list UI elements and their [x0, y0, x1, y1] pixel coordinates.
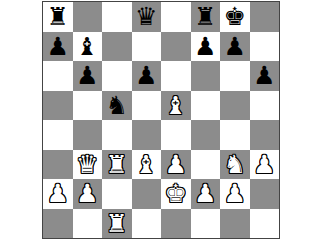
square-c1[interactable]: ♜ [102, 209, 132, 239]
square-a5[interactable] [43, 91, 73, 121]
square-g3[interactable]: ♞ [220, 150, 250, 180]
square-h2[interactable] [250, 179, 280, 209]
black-rook-a8[interactable]: ♜ [47, 2, 69, 32]
black-bishop-b7[interactable]: ♝ [76, 32, 98, 62]
white-pawn-b2[interactable]: ♟ [76, 179, 98, 209]
square-a1[interactable] [43, 209, 73, 239]
white-pawn-h3[interactable]: ♟ [253, 150, 275, 180]
square-d6[interactable]: ♟ [132, 61, 162, 91]
square-h4[interactable] [250, 120, 280, 150]
square-h6[interactable]: ♟ [250, 61, 280, 91]
square-e4[interactable] [161, 120, 191, 150]
square-d5[interactable] [132, 91, 162, 121]
square-e5[interactable]: ♝ [161, 91, 191, 121]
square-f1[interactable] [191, 209, 221, 239]
square-g4[interactable] [220, 120, 250, 150]
square-a3[interactable] [43, 150, 73, 180]
square-f3[interactable] [191, 150, 221, 180]
square-c5[interactable]: ♞ [102, 91, 132, 121]
square-b7[interactable]: ♝ [73, 32, 103, 62]
white-bishop-e5[interactable]: ♝ [165, 91, 187, 121]
black-pawn-f7[interactable]: ♟ [194, 32, 216, 62]
square-e1[interactable] [161, 209, 191, 239]
page-background: ♜♛♜♚♟♝♟♟♟♟♟♞♝♛♜♝♟♞♟♟♟♚♟♟♜ [0, 0, 320, 240]
square-g2[interactable]: ♟ [220, 179, 250, 209]
square-b4[interactable] [73, 120, 103, 150]
black-pawn-g7[interactable]: ♟ [224, 32, 246, 62]
square-f4[interactable] [191, 120, 221, 150]
white-pawn-g2[interactable]: ♟ [224, 179, 246, 209]
square-b8[interactable] [73, 2, 103, 32]
square-d1[interactable] [132, 209, 162, 239]
square-d3[interactable]: ♝ [132, 150, 162, 180]
square-g7[interactable]: ♟ [220, 32, 250, 62]
black-king-g8[interactable]: ♚ [224, 2, 246, 32]
square-h8[interactable] [250, 2, 280, 32]
square-d8[interactable]: ♛ [132, 2, 162, 32]
square-f8[interactable]: ♜ [191, 2, 221, 32]
white-knight-g3[interactable]: ♞ [224, 150, 246, 180]
square-a2[interactable]: ♟ [43, 179, 73, 209]
black-queen-d8[interactable]: ♛ [135, 2, 157, 32]
square-g5[interactable] [220, 91, 250, 121]
square-e6[interactable] [161, 61, 191, 91]
square-c4[interactable] [102, 120, 132, 150]
chess-board: ♜♛♜♚♟♝♟♟♟♟♟♞♝♛♜♝♟♞♟♟♟♚♟♟♜ [42, 1, 280, 239]
white-king-e2[interactable]: ♚ [165, 179, 187, 209]
square-d7[interactable] [132, 32, 162, 62]
square-a6[interactable] [43, 61, 73, 91]
square-f2[interactable]: ♟ [191, 179, 221, 209]
black-pawn-h6[interactable]: ♟ [253, 61, 275, 91]
square-h1[interactable] [250, 209, 280, 239]
square-b1[interactable] [73, 209, 103, 239]
black-knight-c5[interactable]: ♞ [106, 91, 128, 121]
white-rook-c1[interactable]: ♜ [106, 209, 128, 239]
square-f5[interactable] [191, 91, 221, 121]
black-pawn-d6[interactable]: ♟ [135, 61, 157, 91]
square-e3[interactable]: ♟ [161, 150, 191, 180]
square-g1[interactable] [220, 209, 250, 239]
square-c6[interactable] [102, 61, 132, 91]
square-f6[interactable] [191, 61, 221, 91]
square-d4[interactable] [132, 120, 162, 150]
square-b6[interactable]: ♟ [73, 61, 103, 91]
black-pawn-b6[interactable]: ♟ [76, 61, 98, 91]
white-rook-c3[interactable]: ♜ [106, 150, 128, 180]
square-e7[interactable] [161, 32, 191, 62]
square-c7[interactable] [102, 32, 132, 62]
white-queen-b3[interactable]: ♛ [76, 150, 98, 180]
square-b2[interactable]: ♟ [73, 179, 103, 209]
square-f7[interactable]: ♟ [191, 32, 221, 62]
square-b3[interactable]: ♛ [73, 150, 103, 180]
square-a7[interactable]: ♟ [43, 32, 73, 62]
square-c2[interactable] [102, 179, 132, 209]
square-g8[interactable]: ♚ [220, 2, 250, 32]
square-a8[interactable]: ♜ [43, 2, 73, 32]
white-pawn-e3[interactable]: ♟ [165, 150, 187, 180]
square-e8[interactable] [161, 2, 191, 32]
square-b5[interactable] [73, 91, 103, 121]
square-c8[interactable] [102, 2, 132, 32]
square-h7[interactable] [250, 32, 280, 62]
white-bishop-d3[interactable]: ♝ [135, 150, 157, 180]
square-e2[interactable]: ♚ [161, 179, 191, 209]
square-a4[interactable] [43, 120, 73, 150]
square-g6[interactable] [220, 61, 250, 91]
square-h3[interactable]: ♟ [250, 150, 280, 180]
square-d2[interactable] [132, 179, 162, 209]
black-rook-f8[interactable]: ♜ [194, 2, 216, 32]
square-h5[interactable] [250, 91, 280, 121]
square-c3[interactable]: ♜ [102, 150, 132, 180]
white-pawn-a2[interactable]: ♟ [47, 179, 69, 209]
black-pawn-a7[interactable]: ♟ [47, 32, 69, 62]
white-pawn-f2[interactable]: ♟ [194, 179, 216, 209]
